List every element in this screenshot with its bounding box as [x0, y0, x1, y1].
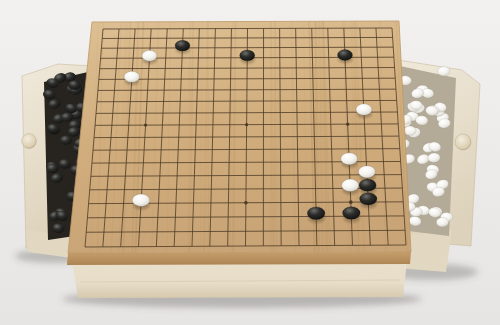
right-drawer-knob [455, 134, 471, 150]
white-stone-in-drawer [404, 126, 417, 136]
star-point [144, 124, 147, 127]
star-point [346, 123, 349, 126]
stone-black-c6-r3 [175, 40, 190, 51]
stone-white-c17-r9 [356, 104, 372, 115]
stone-black-c16-r17 [343, 207, 361, 220]
star-point [244, 201, 248, 205]
go-board-photo-scene [0, 0, 500, 325]
stone-black-c14-r17 [307, 207, 325, 220]
stone-white-c4-r16 [132, 194, 149, 206]
stone-white-c3-r6 [124, 71, 139, 82]
star-point [245, 123, 248, 126]
stone-black-c10-r4 [240, 50, 255, 61]
stone-black-c17-r16 [360, 193, 377, 205]
box-base-front [72, 261, 407, 298]
left-drawer-knob [22, 134, 37, 149]
stone-black-c16-r4 [337, 50, 352, 61]
go-board-photo [0, 0, 500, 325]
stone-white-c16-r15 [342, 179, 359, 191]
stone-black-c17-r15 [359, 179, 376, 191]
stone-white-c16-r13 [341, 153, 358, 165]
star-point [349, 200, 353, 204]
board-front-edge [67, 252, 411, 265]
stone-white-c17-r14 [358, 166, 375, 178]
stone-white-c4-r4 [142, 50, 157, 61]
